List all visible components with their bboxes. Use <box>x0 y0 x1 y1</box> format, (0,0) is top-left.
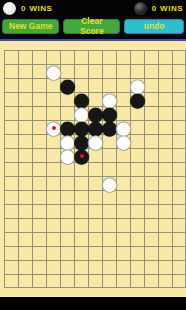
board-cell[interactable] <box>18 260 32 274</box>
board-cell[interactable] <box>74 260 88 274</box>
board-cell[interactable] <box>158 106 172 120</box>
board-cell[interactable] <box>32 190 46 204</box>
board-cell[interactable] <box>172 92 186 106</box>
score-bar: 0 WINS 0 WINS <box>0 0 186 16</box>
board-cell[interactable] <box>60 218 74 232</box>
board-cell[interactable] <box>172 148 186 162</box>
board-cell[interactable] <box>32 134 46 148</box>
board-cell[interactable] <box>158 204 172 218</box>
board-cell[interactable] <box>32 232 46 246</box>
board-cell[interactable] <box>32 246 46 260</box>
board-cell[interactable] <box>144 204 158 218</box>
board-cell[interactable] <box>158 260 172 274</box>
board-cell[interactable] <box>88 274 102 288</box>
board-cell[interactable] <box>144 162 158 176</box>
board-cell[interactable]: ● <box>60 148 74 162</box>
bottom-bar <box>0 297 186 310</box>
board-cell[interactable] <box>172 232 186 246</box>
white-wins-label: WINS <box>29 4 52 13</box>
board-cell[interactable] <box>32 204 46 218</box>
board-cell[interactable] <box>172 50 186 64</box>
white-stone: ● <box>88 134 103 149</box>
black-stone: ● <box>130 92 145 107</box>
board-cell[interactable] <box>88 190 102 204</box>
board-cell[interactable] <box>116 232 130 246</box>
board-cell[interactable] <box>74 64 88 78</box>
board-cell[interactable]: ● <box>60 78 74 92</box>
board-cell[interactable] <box>88 260 102 274</box>
board-cell[interactable] <box>32 64 46 78</box>
board-cell[interactable] <box>18 134 32 148</box>
board-cell[interactable] <box>116 190 130 204</box>
board-cell[interactable] <box>46 246 60 260</box>
board-cell[interactable] <box>116 204 130 218</box>
board-cell[interactable] <box>116 176 130 190</box>
undo-button[interactable]: undo <box>124 19 184 34</box>
board-cell[interactable] <box>46 232 60 246</box>
black-wins-label: WINS <box>160 4 183 13</box>
board-cell[interactable]: ● <box>88 134 102 148</box>
board-cell[interactable] <box>4 246 18 260</box>
board-cell[interactable] <box>116 50 130 64</box>
board-cell[interactable] <box>32 50 46 64</box>
board-cell[interactable] <box>130 148 144 162</box>
board-cell[interactable] <box>144 120 158 134</box>
board-cell[interactable] <box>102 50 116 64</box>
board-cell[interactable] <box>144 260 158 274</box>
board-cell[interactable] <box>102 64 116 78</box>
board-cell[interactable] <box>144 92 158 106</box>
board-cell[interactable] <box>32 218 46 232</box>
new-game-button[interactable]: New Game <box>2 19 59 34</box>
board-cell[interactable] <box>4 148 18 162</box>
board-cell[interactable]: ● <box>130 92 144 106</box>
board-cell[interactable] <box>102 232 116 246</box>
board-cell[interactable] <box>130 176 144 190</box>
board-cell[interactable] <box>88 232 102 246</box>
board-cell[interactable] <box>18 274 32 288</box>
board-cell[interactable] <box>116 260 130 274</box>
board-cell[interactable] <box>172 64 186 78</box>
board-cell[interactable] <box>32 92 46 106</box>
board-cell[interactable] <box>144 176 158 190</box>
board-cell[interactable] <box>144 106 158 120</box>
board-cell[interactable] <box>74 232 88 246</box>
board-cell[interactable] <box>46 162 60 176</box>
black-stone-icon <box>134 2 147 15</box>
board-cell[interactable] <box>144 190 158 204</box>
board-cell[interactable] <box>18 162 32 176</box>
board-cell[interactable] <box>130 120 144 134</box>
board-cell[interactable] <box>158 246 172 260</box>
board-cell[interactable] <box>4 106 18 120</box>
board-cell[interactable] <box>144 148 158 162</box>
board-cell[interactable] <box>4 64 18 78</box>
board-cell[interactable] <box>46 218 60 232</box>
board-cell[interactable] <box>4 92 18 106</box>
board-cell[interactable] <box>4 120 18 134</box>
board-cell[interactable] <box>158 190 172 204</box>
board-cell[interactable] <box>88 50 102 64</box>
board-cell[interactable] <box>46 204 60 218</box>
board-cell[interactable] <box>172 260 186 274</box>
white-score: 0 WINS <box>3 2 52 15</box>
board-cell[interactable] <box>172 134 186 148</box>
board-cell[interactable] <box>172 176 186 190</box>
board-cell[interactable] <box>116 246 130 260</box>
board-cell[interactable] <box>158 50 172 64</box>
board-cell[interactable] <box>172 190 186 204</box>
board-cell[interactable] <box>4 78 18 92</box>
board-cell[interactable] <box>158 78 172 92</box>
board-cell[interactable] <box>116 162 130 176</box>
board-cell[interactable] <box>32 274 46 288</box>
board-cell[interactable]: ● <box>102 120 116 134</box>
board-cell[interactable] <box>172 78 186 92</box>
board-cell[interactable] <box>4 218 18 232</box>
board-cell[interactable] <box>172 274 186 288</box>
board-cell[interactable] <box>130 246 144 260</box>
board-cell[interactable] <box>18 64 32 78</box>
board-cell[interactable] <box>144 218 158 232</box>
board-cell[interactable] <box>74 246 88 260</box>
board-cell[interactable] <box>130 204 144 218</box>
board-cell[interactable] <box>60 204 74 218</box>
board-cell[interactable]: ● <box>46 64 60 78</box>
board-cell[interactable] <box>102 260 116 274</box>
board-cell[interactable] <box>46 190 60 204</box>
board-cell[interactable] <box>32 106 46 120</box>
board-cell[interactable] <box>144 134 158 148</box>
board-cell[interactable] <box>46 176 60 190</box>
white-stone: ● <box>116 134 131 149</box>
board-cell[interactable]: ● <box>46 120 60 134</box>
board-cell[interactable] <box>102 274 116 288</box>
board-cell[interactable] <box>18 204 32 218</box>
last-move-marker <box>80 154 84 158</box>
board-cell[interactable] <box>32 176 46 190</box>
board-cell[interactable] <box>32 78 46 92</box>
board-cell[interactable] <box>4 134 18 148</box>
board-cell[interactable] <box>32 148 46 162</box>
board-cell[interactable] <box>88 64 102 78</box>
board-cell[interactable] <box>18 190 32 204</box>
board-cell[interactable] <box>4 162 18 176</box>
board-cell[interactable] <box>144 274 158 288</box>
board-cell[interactable] <box>4 232 18 246</box>
board-cell[interactable] <box>18 246 32 260</box>
board-cell[interactable] <box>130 274 144 288</box>
board-cell[interactable] <box>4 50 18 64</box>
board-cell[interactable] <box>172 218 186 232</box>
board-cell[interactable] <box>158 134 172 148</box>
board-cell[interactable] <box>172 162 186 176</box>
board-cell[interactable]: ● <box>102 176 116 190</box>
board-cell[interactable] <box>60 50 74 64</box>
board-cell[interactable] <box>172 246 186 260</box>
board-cell[interactable] <box>130 218 144 232</box>
last-move-marker <box>52 126 56 130</box>
board-cell[interactable] <box>172 106 186 120</box>
board-cell[interactable] <box>4 274 18 288</box>
black-wins-count: 0 <box>152 4 156 13</box>
black-stone: ● <box>74 148 89 163</box>
board-cell[interactable]: ● <box>116 134 130 148</box>
board-cell[interactable] <box>88 246 102 260</box>
board-cell[interactable] <box>144 232 158 246</box>
board-cell[interactable] <box>18 106 32 120</box>
board-cell[interactable] <box>116 92 130 106</box>
board-cell[interactable] <box>60 274 74 288</box>
board-cell[interactable] <box>88 176 102 190</box>
board-cell[interactable] <box>18 78 32 92</box>
board-cell[interactable] <box>130 134 144 148</box>
board-cell[interactable] <box>88 218 102 232</box>
board-cell[interactable] <box>32 162 46 176</box>
board-cell[interactable] <box>158 148 172 162</box>
board-cell[interactable] <box>74 218 88 232</box>
toolbar: New Game Clear Score undo <box>0 16 186 36</box>
gomoku-board[interactable]: ●●●●●●●●●●●●●●●●●●●●●● <box>0 41 186 297</box>
black-score: 0 WINS <box>134 2 183 15</box>
board-cell[interactable] <box>74 190 88 204</box>
board-cell[interactable] <box>18 176 32 190</box>
board-cell[interactable] <box>116 218 130 232</box>
board-cell[interactable] <box>4 190 18 204</box>
board-cell[interactable] <box>18 92 32 106</box>
board-cell[interactable] <box>144 246 158 260</box>
board-cell[interactable] <box>60 260 74 274</box>
board-cell[interactable] <box>158 120 172 134</box>
board-cell[interactable] <box>158 274 172 288</box>
board-cell[interactable] <box>46 148 60 162</box>
board-cell[interactable] <box>18 218 32 232</box>
board-cell[interactable] <box>116 78 130 92</box>
board-cell[interactable] <box>102 246 116 260</box>
board-cell[interactable] <box>46 260 60 274</box>
board-cell[interactable] <box>130 260 144 274</box>
board-cell[interactable] <box>74 204 88 218</box>
board-cell[interactable] <box>158 64 172 78</box>
board-cell[interactable]: ● <box>74 148 88 162</box>
board-cell[interactable] <box>32 260 46 274</box>
board-cell[interactable] <box>4 260 18 274</box>
board-cell[interactable] <box>172 204 186 218</box>
board-cell[interactable] <box>74 274 88 288</box>
board-cell[interactable] <box>116 64 130 78</box>
board-cell[interactable] <box>158 232 172 246</box>
board-cell[interactable] <box>88 78 102 92</box>
board-cell[interactable] <box>88 204 102 218</box>
board-cell[interactable] <box>60 190 74 204</box>
board-cell[interactable] <box>172 120 186 134</box>
board-grid: ●●●●●●●●●●●●●●●●●●●●●● <box>4 50 186 288</box>
board-cell[interactable] <box>4 204 18 218</box>
board-cell[interactable] <box>158 92 172 106</box>
board-cell[interactable] <box>60 176 74 190</box>
board-cell[interactable] <box>46 274 60 288</box>
board-cell[interactable] <box>18 232 32 246</box>
board-cell[interactable] <box>102 218 116 232</box>
board-cell[interactable] <box>144 50 158 64</box>
board-cell[interactable] <box>130 162 144 176</box>
board-cell[interactable] <box>158 176 172 190</box>
board-cell[interactable] <box>102 204 116 218</box>
board-cell[interactable] <box>158 218 172 232</box>
white-stone: ● <box>102 176 117 191</box>
board-cell[interactable] <box>144 64 158 78</box>
board-cell[interactable] <box>158 162 172 176</box>
board-cell[interactable] <box>130 232 144 246</box>
board-cell[interactable] <box>60 246 74 260</box>
board-cell[interactable] <box>130 50 144 64</box>
board-cell[interactable] <box>74 176 88 190</box>
board-cell[interactable] <box>18 50 32 64</box>
board-cell[interactable] <box>4 176 18 190</box>
board-cell[interactable] <box>102 148 116 162</box>
app-screen: 0 WINS 0 WINS New Game Clear Score undo … <box>0 0 186 310</box>
board-cell[interactable] <box>88 162 102 176</box>
board-cell[interactable] <box>32 120 46 134</box>
board-cell[interactable] <box>46 92 60 106</box>
board-cell[interactable] <box>18 148 32 162</box>
board-cell[interactable] <box>60 232 74 246</box>
white-stone-icon <box>3 2 16 15</box>
board-cell[interactable] <box>144 78 158 92</box>
board-cell[interactable] <box>116 274 130 288</box>
board-cell[interactable] <box>74 50 88 64</box>
white-wins-count: 0 <box>21 4 25 13</box>
clear-score-button[interactable]: Clear Score <box>63 19 120 34</box>
board-cell[interactable] <box>18 120 32 134</box>
board-cell[interactable] <box>130 190 144 204</box>
